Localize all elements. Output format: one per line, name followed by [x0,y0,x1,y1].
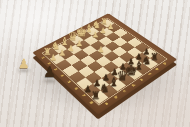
spare-black-pawn[interactable]: ♟ [43,65,56,80]
black-bishop-c8[interactable]: ♝ [109,76,120,88]
white-pawn-c2[interactable]: ♟ [67,44,74,52]
white-pawn-g2[interactable]: ♟ [100,27,107,35]
white-pawn-d2[interactable]: ♟ [76,40,83,48]
spare-white-pawn[interactable]: ♟ [18,57,30,70]
white-pawn-a2[interactable]: ♟ [50,54,57,62]
photo-of-chess-set: ♜♟♟♜♞♟♟♞♝♟♟♝♚♟♟♚♛♟♟♛♝♟♟♝♞♟♟♞♜♟♟♜ 1234567… [0,0,190,127]
black-rook-a8[interactable]: ♜ [91,90,101,101]
white-pawn-f2[interactable]: ♟ [92,31,99,39]
black-knight-b8[interactable]: ♞ [100,83,111,95]
file-label-f: f [145,71,154,77]
white-pawn-e4[interactable]: ♟ [97,46,104,54]
white-pawn-b2[interactable]: ♟ [59,49,66,57]
white-pawn-h2[interactable]: ♟ [107,23,114,30]
